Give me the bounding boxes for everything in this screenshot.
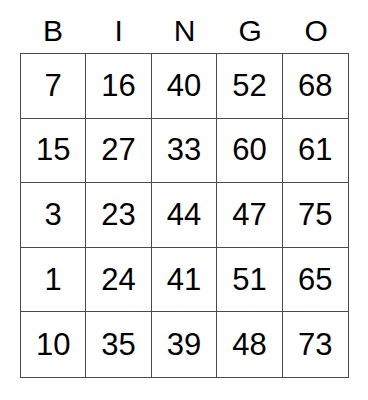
- cell-r2-i[interactable]: 27: [86, 119, 151, 184]
- cell-r2-n[interactable]: 33: [152, 119, 217, 184]
- cell-r3-g[interactable]: 47: [217, 183, 282, 248]
- cell-r1-b[interactable]: 7: [21, 54, 86, 119]
- header-letter-i: I: [86, 16, 152, 46]
- cell-r4-o[interactable]: 65: [283, 248, 348, 313]
- cell-r3-o[interactable]: 75: [283, 183, 348, 248]
- cell-r1-o[interactable]: 68: [283, 54, 348, 119]
- cell-r5-g[interactable]: 48: [217, 312, 282, 377]
- cell-r1-i[interactable]: 16: [86, 54, 151, 119]
- bingo-header-row: B I N G O: [20, 0, 349, 53]
- cell-r3-b[interactable]: 3: [21, 183, 86, 248]
- cell-r4-b[interactable]: 1: [21, 248, 86, 313]
- cell-r5-b[interactable]: 10: [21, 312, 86, 377]
- bingo-grid: 7 16 40 52 68 15 27 33 60 61 3 23 44 47 …: [20, 53, 349, 378]
- header-letter-o: O: [283, 16, 349, 46]
- cell-r2-b[interactable]: 15: [21, 119, 86, 184]
- cell-r4-n[interactable]: 41: [152, 248, 217, 313]
- bingo-card-page: B I N G O 7 16 40 52 68 15 27 33 60 61 3…: [0, 0, 368, 400]
- cell-r3-n[interactable]: 44: [152, 183, 217, 248]
- cell-r4-i[interactable]: 24: [86, 248, 151, 313]
- cell-r3-i[interactable]: 23: [86, 183, 151, 248]
- cell-r1-g[interactable]: 52: [217, 54, 282, 119]
- cell-r5-i[interactable]: 35: [86, 312, 151, 377]
- header-letter-g: G: [217, 16, 283, 46]
- header-letter-n: N: [152, 16, 218, 46]
- bingo-card: B I N G O 7 16 40 52 68 15 27 33 60 61 3…: [20, 0, 349, 378]
- cell-r2-g[interactable]: 60: [217, 119, 282, 184]
- cell-r5-o[interactable]: 73: [283, 312, 348, 377]
- cell-r1-n[interactable]: 40: [152, 54, 217, 119]
- header-letter-b: B: [20, 16, 86, 46]
- cell-r2-o[interactable]: 61: [283, 119, 348, 184]
- cell-r4-g[interactable]: 51: [217, 248, 282, 313]
- cell-r5-n[interactable]: 39: [152, 312, 217, 377]
